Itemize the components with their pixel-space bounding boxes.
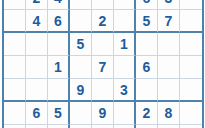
sudoku-given-r5c7[interactable]: 6 <box>136 56 158 79</box>
sudoku-given-r7c8[interactable]: 8 <box>158 102 180 125</box>
sudoku-cell-r5c8[interactable] <box>158 56 180 79</box>
sudoku-given-r4c6[interactable]: 1 <box>114 33 136 56</box>
sudoku-given-r2c8[interactable]: 3 <box>158 0 180 10</box>
sudoku-cell-r6c9[interactable] <box>180 79 202 102</box>
sudoku-cell-r4c3[interactable] <box>48 33 70 56</box>
sudoku-cell-r6c2[interactable] <box>26 79 48 102</box>
sudoku-cell-r5c9[interactable] <box>180 56 202 79</box>
sudoku-given-r7c5[interactable]: 9 <box>92 102 114 125</box>
sudoku-given-r7c3[interactable]: 5 <box>48 102 70 125</box>
sudoku-cell-r7c6[interactable] <box>114 102 136 125</box>
sudoku-board: 2463462575117693659282325 <box>2 0 204 128</box>
sudoku-puzzle-view: 2463462575117693659282325 <box>0 0 205 128</box>
sudoku-cell-r2c4[interactable] <box>70 0 92 10</box>
sudoku-cell-r6c8[interactable] <box>158 79 180 102</box>
sudoku-cell-r5c1[interactable] <box>4 56 26 79</box>
sudoku-given-r4c4[interactable]: 5 <box>70 33 92 56</box>
sudoku-cell-r3c9[interactable] <box>180 10 202 33</box>
sudoku-given-r6c6[interactable]: 3 <box>114 79 136 102</box>
sudoku-cell-r8c9[interactable] <box>180 125 202 128</box>
sudoku-cell-r4c5[interactable] <box>92 33 114 56</box>
sudoku-cell-r8c1[interactable] <box>4 125 26 128</box>
sudoku-cell-r6c1[interactable] <box>4 79 26 102</box>
sudoku-cell-r4c2[interactable] <box>26 33 48 56</box>
sudoku-given-r3c5[interactable]: 2 <box>92 10 114 33</box>
sudoku-cell-r8c4[interactable] <box>70 125 92 128</box>
sudoku-cell-r7c1[interactable] <box>4 102 26 125</box>
sudoku-given-r5c5[interactable]: 7 <box>92 56 114 79</box>
sudoku-cell-r5c6[interactable] <box>114 56 136 79</box>
sudoku-cell-r6c5[interactable] <box>92 79 114 102</box>
sudoku-given-r2c3[interactable]: 4 <box>48 0 70 10</box>
sudoku-given-r7c7[interactable]: 2 <box>136 102 158 125</box>
sudoku-cell-r2c6[interactable] <box>114 0 136 10</box>
sudoku-cell-r3c4[interactable] <box>70 10 92 33</box>
sudoku-given-r6c4[interactable]: 9 <box>70 79 92 102</box>
sudoku-cell-r3c1[interactable] <box>4 10 26 33</box>
sudoku-cell-r4c1[interactable] <box>4 33 26 56</box>
sudoku-given-r8c7[interactable]: 2 <box>136 125 158 128</box>
sudoku-cell-r2c1[interactable] <box>4 0 26 10</box>
sudoku-given-r8c8[interactable]: 5 <box>158 125 180 128</box>
sudoku-given-r3c8[interactable]: 7 <box>158 10 180 33</box>
sudoku-given-r7c2[interactable]: 6 <box>26 102 48 125</box>
sudoku-given-r8c3[interactable]: 3 <box>48 125 70 128</box>
sudoku-cell-r5c2[interactable] <box>26 56 48 79</box>
sudoku-given-r5c3[interactable]: 1 <box>48 56 70 79</box>
sudoku-given-r8c2[interactable]: 2 <box>26 125 48 128</box>
sudoku-cell-r4c9[interactable] <box>180 33 202 56</box>
sudoku-cell-r5c4[interactable] <box>70 56 92 79</box>
sudoku-given-r3c2[interactable]: 4 <box>26 10 48 33</box>
sudoku-cell-r7c4[interactable] <box>70 102 92 125</box>
sudoku-cell-r6c7[interactable] <box>136 79 158 102</box>
sudoku-cell-r6c3[interactable] <box>48 79 70 102</box>
sudoku-cell-r2c9[interactable] <box>180 0 202 10</box>
sudoku-given-r3c7[interactable]: 5 <box>136 10 158 33</box>
sudoku-given-r2c2[interactable]: 2 <box>26 0 48 10</box>
sudoku-cell-r8c5[interactable] <box>92 125 114 128</box>
sudoku-cell-r4c7[interactable] <box>136 33 158 56</box>
sudoku-cell-r2c5[interactable] <box>92 0 114 10</box>
sudoku-given-r2c7[interactable]: 6 <box>136 0 158 10</box>
sudoku-given-r3c3[interactable]: 6 <box>48 10 70 33</box>
sudoku-cell-r3c6[interactable] <box>114 10 136 33</box>
sudoku-cell-r4c8[interactable] <box>158 33 180 56</box>
sudoku-cell-r8c6[interactable] <box>114 125 136 128</box>
sudoku-cell-r7c9[interactable] <box>180 102 202 125</box>
